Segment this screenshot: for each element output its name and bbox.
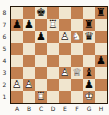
piece-white-pawn-fill: ♟ <box>23 79 35 91</box>
square-f3[interactable]: ♛♕ <box>71 67 83 79</box>
piece-white-pawn-fill: ♟ <box>11 79 23 91</box>
square-g1[interactable]: ♚♔ <box>83 91 95 103</box>
square-g4[interactable] <box>83 55 95 67</box>
square-h7[interactable] <box>95 19 107 31</box>
square-h5[interactable] <box>95 43 107 55</box>
square-e2[interactable] <box>59 79 71 91</box>
piece-black-pawn[interactable]: ♟ <box>35 31 47 43</box>
square-f5[interactable] <box>71 43 83 55</box>
square-c7[interactable] <box>35 19 47 31</box>
piece-black-king[interactable]: ♚ <box>35 7 47 19</box>
square-f1[interactable] <box>71 91 83 103</box>
square-c2[interactable] <box>35 79 47 91</box>
square-b5[interactable] <box>23 43 35 55</box>
piece-white-queen-fill: ♛ <box>71 67 83 79</box>
square-g7[interactable]: ♜ <box>83 19 95 31</box>
square-e8[interactable] <box>59 7 71 19</box>
square-e1[interactable] <box>59 91 71 103</box>
piece-black-rook[interactable]: ♜ <box>95 7 107 19</box>
square-d5[interactable] <box>47 43 59 55</box>
piece-white-pawn[interactable]: ♙ <box>11 79 23 91</box>
rank-label-7: 7 <box>0 19 9 31</box>
square-f6[interactable]: ♞♘ <box>71 31 83 43</box>
square-a8[interactable] <box>11 7 23 19</box>
square-a5[interactable] <box>11 43 23 55</box>
square-h2[interactable] <box>95 79 107 91</box>
square-d3[interactable] <box>47 67 59 79</box>
file-label-f: F <box>71 104 83 114</box>
square-b8[interactable] <box>23 7 35 19</box>
square-e4[interactable] <box>59 55 71 67</box>
square-b3[interactable] <box>23 67 35 79</box>
square-a2[interactable]: ♟♙ <box>11 79 23 91</box>
piece-white-rook[interactable]: ♖ <box>47 19 59 31</box>
rank-label-3: 3 <box>0 67 9 79</box>
square-g5[interactable] <box>83 43 95 55</box>
square-c1[interactable]: ♜♖ <box>35 91 47 103</box>
square-f4[interactable] <box>71 55 83 67</box>
piece-white-king[interactable]: ♔ <box>83 91 95 103</box>
piece-white-knight[interactable]: ♘ <box>71 31 83 43</box>
square-a4[interactable] <box>11 55 23 67</box>
square-c6[interactable]: ♟ <box>35 31 47 43</box>
file-label-g: G <box>83 104 95 114</box>
rank-label-4: 4 <box>0 55 9 67</box>
square-c3[interactable] <box>35 67 47 79</box>
piece-white-pawn[interactable]: ♙ <box>59 31 71 43</box>
piece-white-pawn-fill: ♟ <box>59 31 71 43</box>
piece-white-pawn[interactable]: ♙ <box>59 67 71 79</box>
square-d7[interactable]: ♜♖ <box>47 19 59 31</box>
square-d8[interactable] <box>47 7 59 19</box>
piece-white-rook[interactable]: ♖ <box>35 91 47 103</box>
piece-white-pawn-fill: ♟ <box>59 67 71 79</box>
file-label-b: B <box>23 104 35 114</box>
square-h1[interactable] <box>95 91 107 103</box>
piece-white-rook-fill: ♜ <box>35 91 47 103</box>
rank-label-2: 2 <box>0 79 9 91</box>
chess-board: ♚♜♟♟♜♖♜♟♟♙♞♘♛♟♟♙♛♕♝♟♙♟♙♟♜♖♚♔ <box>10 6 108 104</box>
square-d6[interactable] <box>47 31 59 43</box>
square-c4[interactable] <box>35 55 47 67</box>
square-h8[interactable]: ♜ <box>95 7 107 19</box>
square-h6[interactable] <box>95 31 107 43</box>
square-b7[interactable]: ♟ <box>23 19 35 31</box>
square-g6[interactable]: ♛ <box>83 31 95 43</box>
rank-label-1: 1 <box>0 91 9 103</box>
piece-black-bishop[interactable]: ♝ <box>83 67 95 79</box>
square-g3[interactable]: ♝ <box>83 67 95 79</box>
square-b6[interactable] <box>23 31 35 43</box>
piece-white-rook-fill: ♜ <box>47 19 59 31</box>
piece-white-king-fill: ♚ <box>83 91 95 103</box>
square-g2[interactable]: ♟ <box>83 79 95 91</box>
rank-label-6: 6 <box>0 31 9 43</box>
square-b4[interactable] <box>23 55 35 67</box>
square-e5[interactable] <box>59 43 71 55</box>
square-a7[interactable]: ♟ <box>11 19 23 31</box>
chess-diagram: ♚♜♟♟♜♖♜♟♟♙♞♘♛♟♟♙♛♕♝♟♙♟♙♟♜♖♚♔ 87654321 AB… <box>0 0 109 115</box>
square-a6[interactable] <box>11 31 23 43</box>
square-c5[interactable] <box>35 43 47 55</box>
piece-black-pawn[interactable]: ♟ <box>83 79 95 91</box>
piece-black-pawn[interactable]: ♟ <box>23 19 35 31</box>
file-label-e: E <box>59 104 71 114</box>
square-g8[interactable] <box>83 7 95 19</box>
square-b1[interactable] <box>23 91 35 103</box>
square-f7[interactable] <box>71 19 83 31</box>
square-e3[interactable]: ♟♙ <box>59 67 71 79</box>
file-label-h: H <box>95 104 107 114</box>
square-h3[interactable] <box>95 67 107 79</box>
piece-black-pawn[interactable]: ♟ <box>11 19 23 31</box>
piece-black-queen[interactable]: ♛ <box>83 31 95 43</box>
square-e6[interactable]: ♟♙ <box>59 31 71 43</box>
square-a1[interactable] <box>11 91 23 103</box>
square-d2[interactable] <box>47 79 59 91</box>
square-d4[interactable] <box>47 55 59 67</box>
square-e7[interactable] <box>59 19 71 31</box>
file-label-a: A <box>11 104 23 114</box>
piece-black-pawn[interactable]: ♟ <box>95 55 107 67</box>
rank-label-8: 8 <box>0 7 9 19</box>
square-f2[interactable] <box>71 79 83 91</box>
piece-white-knight-fill: ♞ <box>71 31 83 43</box>
piece-black-rook[interactable]: ♜ <box>83 19 95 31</box>
file-label-c: C <box>35 104 47 114</box>
square-h4[interactable]: ♟ <box>95 55 107 67</box>
square-d1[interactable] <box>47 91 59 103</box>
square-a3[interactable] <box>11 67 23 79</box>
square-f8[interactable] <box>71 7 83 19</box>
rank-label-5: 5 <box>0 43 9 55</box>
square-c8[interactable]: ♚ <box>35 7 47 19</box>
square-b2[interactable]: ♟♙ <box>23 79 35 91</box>
piece-white-pawn[interactable]: ♙ <box>23 79 35 91</box>
piece-white-queen[interactable]: ♕ <box>71 67 83 79</box>
file-label-d: D <box>47 104 59 114</box>
